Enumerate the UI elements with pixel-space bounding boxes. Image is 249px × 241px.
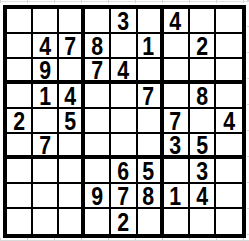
cell-r1c9[interactable] — [216, 9, 242, 34]
cell-r2c2[interactable]: 4 — [33, 34, 59, 59]
cell-r3c4[interactable]: 7 — [85, 59, 111, 84]
given-digit: 2 — [118, 209, 130, 234]
cell-r8c3[interactable] — [59, 184, 85, 209]
cell-r1c7[interactable]: 4 — [164, 9, 190, 34]
cell-r3c6[interactable] — [138, 59, 164, 84]
cell-r2c5[interactable] — [111, 34, 137, 59]
given-digit: 7 — [39, 134, 51, 158]
cell-r8c9[interactable] — [216, 184, 242, 209]
cell-r3c9[interactable] — [216, 59, 242, 84]
given-digit: 8 — [91, 34, 103, 59]
cell-r5c3[interactable]: 5 — [59, 109, 85, 134]
sheet-gridline-right — [247, 0, 249, 241]
cell-r7c8[interactable]: 3 — [190, 159, 216, 184]
given-digit: 7 — [64, 34, 76, 59]
cell-r8c4[interactable]: 9 — [85, 184, 111, 209]
cell-r7c3[interactable] — [59, 159, 85, 184]
sheet-gridline-top — [0, 0, 249, 3]
cell-r1c6[interactable] — [138, 9, 164, 34]
cell-r9c6[interactable] — [138, 209, 164, 234]
given-digit: 4 — [196, 184, 208, 209]
cell-r1c5[interactable]: 3 — [111, 9, 137, 34]
cell-r1c8[interactable] — [190, 9, 216, 34]
cell-r3c2[interactable]: 9 — [33, 59, 59, 84]
cell-r6c8[interactable]: 5 — [190, 134, 216, 159]
cell-r3c3[interactable] — [59, 59, 85, 84]
given-digit: 4 — [223, 109, 235, 134]
given-digit: 3 — [170, 134, 182, 158]
cell-r9c4[interactable] — [85, 209, 111, 234]
given-digit: 4 — [170, 9, 182, 34]
cell-r3c7[interactable] — [164, 59, 190, 84]
given-digit: 3 — [118, 9, 130, 34]
cell-r6c2[interactable]: 7 — [33, 134, 59, 159]
cell-r6c1[interactable] — [7, 134, 33, 159]
cell-r6c6[interactable] — [138, 134, 164, 159]
cell-r5c1[interactable]: 2 — [7, 109, 33, 134]
cell-r9c5[interactable]: 2 — [111, 209, 137, 234]
cell-r4c4[interactable] — [85, 84, 111, 109]
cell-r2c4[interactable]: 8 — [85, 34, 111, 59]
given-digit: 4 — [39, 34, 51, 59]
cell-r7c7[interactable] — [164, 159, 190, 184]
cell-r6c5[interactable] — [111, 134, 137, 159]
cell-r6c4[interactable] — [85, 134, 111, 159]
cell-r4c1[interactable] — [7, 84, 33, 109]
given-digit: 6 — [118, 159, 130, 184]
cell-r7c4[interactable] — [85, 159, 111, 184]
given-digit: 7 — [118, 184, 130, 209]
cell-r9c9[interactable] — [216, 209, 242, 234]
cell-r1c1[interactable] — [7, 9, 33, 34]
given-digit: 1 — [143, 34, 155, 59]
given-digit: 7 — [143, 84, 155, 109]
cell-r5c8[interactable] — [190, 109, 216, 134]
cell-r7c2[interactable] — [33, 159, 59, 184]
cell-r4c6[interactable]: 7 — [138, 84, 164, 109]
given-digit: 8 — [196, 84, 208, 109]
cell-r7c6[interactable]: 5 — [138, 159, 164, 184]
cell-r5c2[interactable] — [33, 109, 59, 134]
given-digit: 8 — [143, 184, 155, 209]
given-digit: 5 — [196, 134, 208, 158]
sudoku-screen: 344781297414782574735653978142 — [0, 0, 249, 241]
cell-r4c7[interactable] — [164, 84, 190, 109]
cell-r9c8[interactable] — [190, 209, 216, 234]
cell-r2c6[interactable]: 1 — [138, 34, 164, 59]
cell-r7c9[interactable] — [216, 159, 242, 184]
cell-r6c7[interactable]: 3 — [164, 134, 190, 159]
cell-r3c5[interactable]: 4 — [111, 59, 137, 84]
cell-r5c4[interactable] — [85, 109, 111, 134]
given-digit: 4 — [64, 84, 76, 109]
given-digit: 3 — [196, 159, 208, 184]
cell-r4c8[interactable]: 8 — [190, 84, 216, 109]
cell-r6c9[interactable] — [216, 134, 242, 159]
cell-r4c2[interactable]: 1 — [33, 84, 59, 109]
given-digit: 7 — [91, 59, 103, 83]
given-digit: 5 — [64, 109, 76, 134]
given-digit: 4 — [118, 59, 130, 83]
cell-r5c6[interactable] — [138, 109, 164, 134]
cell-r5c5[interactable] — [111, 109, 137, 134]
cell-r5c7[interactable]: 7 — [164, 109, 190, 134]
given-digit: 9 — [91, 184, 103, 209]
cell-r6c3[interactable] — [59, 134, 85, 159]
cell-r7c1[interactable] — [7, 159, 33, 184]
cell-r9c7[interactable] — [164, 209, 190, 234]
cell-r5c9[interactable]: 4 — [216, 109, 242, 134]
given-digit: 9 — [39, 59, 51, 83]
sudoku-board: 344781297414782574735653978142 — [3, 5, 246, 238]
cell-r7c5[interactable]: 6 — [111, 159, 137, 184]
cell-r8c8[interactable]: 4 — [190, 184, 216, 209]
given-digit: 1 — [39, 84, 51, 109]
cell-r9c2[interactable] — [33, 209, 59, 234]
cell-r3c1[interactable] — [7, 59, 33, 84]
cell-r4c9[interactable] — [216, 84, 242, 109]
given-digit: 2 — [196, 34, 208, 59]
cell-r8c5[interactable]: 7 — [111, 184, 137, 209]
given-digit: 1 — [170, 184, 182, 209]
given-digit: 7 — [170, 109, 182, 134]
cell-r9c1[interactable] — [7, 209, 33, 234]
cell-r1c2[interactable] — [33, 9, 59, 34]
cell-r8c2[interactable] — [33, 184, 59, 209]
cell-r2c1[interactable] — [7, 34, 33, 59]
cell-r1c3[interactable] — [59, 9, 85, 34]
cell-r1c4[interactable] — [85, 9, 111, 34]
cell-r2c9[interactable] — [216, 34, 242, 59]
cell-r9c3[interactable] — [59, 209, 85, 234]
cell-r3c8[interactable] — [190, 59, 216, 84]
cell-r2c3[interactable]: 7 — [59, 34, 85, 59]
cell-r2c7[interactable] — [164, 34, 190, 59]
cell-r4c3[interactable]: 4 — [59, 84, 85, 109]
cell-r2c8[interactable]: 2 — [190, 34, 216, 59]
given-digit: 5 — [143, 159, 155, 184]
cell-r4c5[interactable] — [111, 84, 137, 109]
given-digit: 2 — [13, 109, 25, 134]
cell-r8c6[interactable]: 8 — [138, 184, 164, 209]
cell-r8c7[interactable]: 1 — [164, 184, 190, 209]
cell-r8c1[interactable] — [7, 184, 33, 209]
